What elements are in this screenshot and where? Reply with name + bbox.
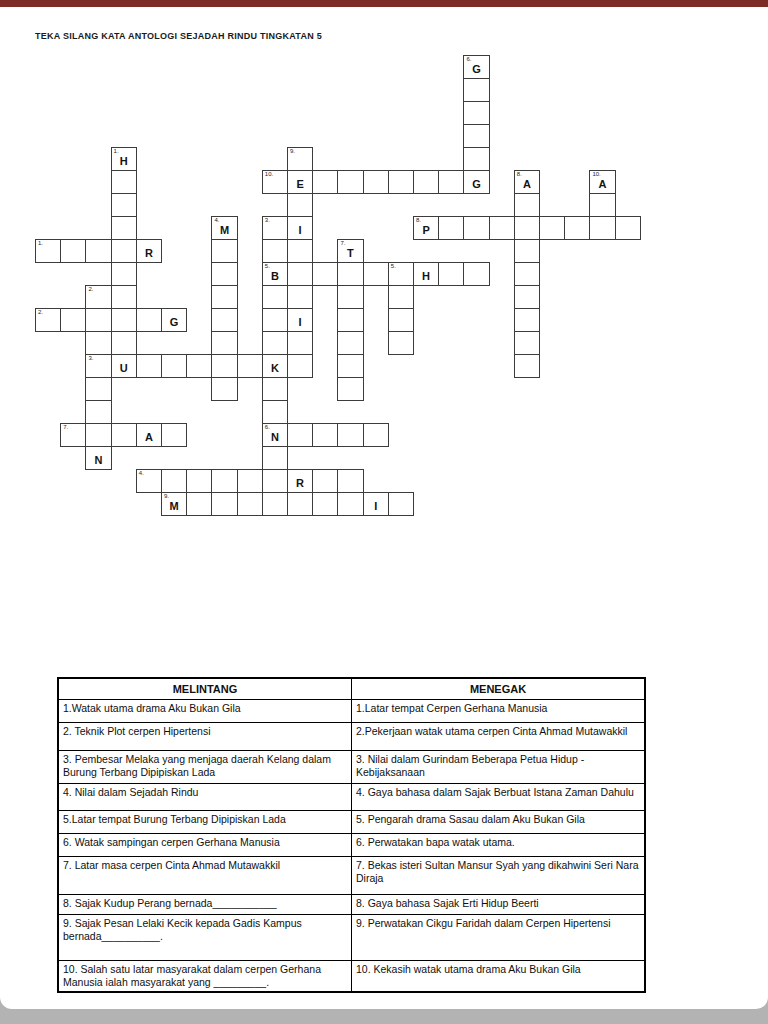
grid-cell (262, 377, 288, 401)
grid-cell (363, 170, 389, 194)
grid-letter: G (162, 309, 186, 331)
grid-cell (539, 216, 565, 240)
clue-cell: 8. Sajak Kudup Perang bernada___________ (58, 895, 352, 915)
grid-letter: I (288, 309, 312, 331)
grid-cell (463, 78, 489, 102)
grid-cell (111, 216, 137, 240)
grid-cell (211, 262, 237, 286)
grid-cell (262, 308, 288, 332)
clue-cell: 5. Pengarah drama Sasau dalam Aku Bukan … (352, 811, 646, 834)
grid-cell (161, 423, 187, 447)
grid-cell (287, 262, 313, 286)
grid-cell (312, 262, 338, 286)
page-title: TEKA SILANG KATA ANTOLOGI SEJADAH RINDU … (35, 31, 322, 41)
clue-cell: 7. Bekas isteri Sultan Mansur Syah yang … (352, 857, 646, 895)
grid-cell: 7. (60, 423, 86, 447)
clue-cell: 2. Teknik Plot cerpen Hipertensi (58, 723, 352, 751)
grid-cell: 9.M (161, 492, 187, 516)
grid-cell (514, 262, 540, 286)
grid-cell (111, 170, 137, 194)
grid-cell: 6.G (463, 55, 489, 79)
grid-cell (262, 492, 288, 516)
grid-letter: M (212, 217, 236, 239)
grid-cell (337, 423, 363, 447)
grid-cell (287, 239, 313, 263)
grid-cell: 8.A (514, 170, 540, 194)
grid-cell (85, 377, 111, 401)
grid-cell (287, 354, 313, 378)
grid-cell (337, 331, 363, 355)
grid-cell (211, 285, 237, 309)
grid-cell (287, 423, 313, 447)
page: TEKA SILANG KATA ANTOLOGI SEJADAH RINDU … (0, 0, 768, 1024)
grid-letter: P (414, 217, 438, 239)
clue-cell: 6. Watak sampingan cerpen Gerhana Manusi… (58, 834, 352, 857)
grid-cell: 7.T (337, 239, 363, 263)
grid-cell (262, 400, 288, 424)
grid-cell (337, 262, 363, 286)
clue-number-label: 1. (38, 240, 43, 247)
grid-cell (262, 446, 288, 470)
grid-cell (589, 216, 615, 240)
grid-cell (337, 285, 363, 309)
grid-cell (287, 285, 313, 309)
grid-cell (161, 354, 187, 378)
grid-letter: K (263, 355, 287, 377)
clue-cell: 2.Pekerjaan watak utama cerpen Cinta Ahm… (352, 723, 646, 751)
grid-letter: G (464, 56, 488, 78)
grid-cell: 4.M (211, 216, 237, 240)
grid-cell (60, 239, 86, 263)
grid-cell (514, 239, 540, 263)
grid-cell: 3. (85, 354, 111, 378)
grid-cell (211, 331, 237, 355)
grid-cell: 6.N (262, 423, 288, 447)
grid-cell: 10. (262, 170, 288, 194)
grid-cell: 2. (35, 308, 61, 332)
grid-cell (438, 262, 464, 286)
grid-cell: 2. (85, 285, 111, 309)
grid-cell (161, 469, 187, 493)
grid-cell (287, 193, 313, 217)
grid-cell (615, 216, 641, 240)
grid-cell (312, 170, 338, 194)
grid-cell (287, 492, 313, 516)
grid-letter: U (112, 355, 136, 377)
clues-table: MELINTANGMENEGAK 1.Watak utama drama Aku… (57, 677, 646, 993)
grid-cell (413, 170, 439, 194)
clue-cell: 4. Gaya bahasa dalam Sajak Berbuat Istan… (352, 784, 646, 811)
clue-number-label: 7. (63, 424, 68, 431)
grid-cell: R (287, 469, 313, 493)
grid-letter: N (263, 424, 287, 446)
grid-cell: 8.P (413, 216, 439, 240)
clue-number-label: 5. (391, 263, 396, 270)
grid-cell (438, 216, 464, 240)
grid-cell (111, 262, 137, 286)
clue-cell: 9. Perwatakan Cikgu Faridah dalam Cerpen… (352, 915, 646, 961)
grid-cell (463, 101, 489, 125)
grid-letter: M (162, 493, 186, 515)
grid-cell (85, 308, 111, 332)
grid-cell (111, 193, 137, 217)
grid-cell (262, 469, 288, 493)
grid-cell (111, 285, 137, 309)
clue-cell: 5.Latar tempat Burung Terbang Dipipiskan… (58, 811, 352, 834)
grid-letter: I (364, 493, 388, 515)
grid-cell (337, 469, 363, 493)
grid-cell (85, 423, 111, 447)
grid-cell (136, 308, 162, 332)
grid-cell (262, 331, 288, 355)
grid-cell (136, 354, 162, 378)
clue-cell: 3. Pembesar Melaka yang menjaga daerah K… (58, 751, 352, 784)
grid-cell (388, 170, 414, 194)
grid-cell (211, 377, 237, 401)
grid-cell (337, 170, 363, 194)
grid-letter: T (338, 240, 362, 262)
clue-row: 6. Watak sampingan cerpen Gerhana Manusi… (58, 834, 645, 857)
grid-letter: R (137, 240, 161, 262)
grid-cell (85, 400, 111, 424)
grid-cell (312, 492, 338, 516)
clue-number-label: 2. (38, 309, 43, 316)
grid-cell: 3. (262, 216, 288, 240)
grid-letter: A (590, 171, 614, 193)
clue-row: 9. Sajak Pesan Lelaki Kecik kepada Gadis… (58, 915, 645, 961)
clue-cell: 10. Salah satu latar masyarakat dalam ce… (58, 961, 352, 993)
clue-number-label: 3. (88, 355, 93, 362)
grid-letter: E (288, 171, 312, 193)
grid-cell (111, 423, 137, 447)
column-header: MELINTANG (58, 678, 352, 700)
clue-number-label: 10. (265, 171, 273, 178)
grid-cell (388, 285, 414, 309)
grid-cell (438, 170, 464, 194)
grid-cell: K (262, 354, 288, 378)
grid-cell (514, 354, 540, 378)
grid-letter: R (288, 470, 312, 492)
grid-cell (337, 492, 363, 516)
clue-number-label: 4. (139, 470, 144, 477)
grid-cell (211, 492, 237, 516)
grid-cell (388, 308, 414, 332)
grid-cell (463, 216, 489, 240)
grid-cell (337, 308, 363, 332)
grid-cell (111, 239, 137, 263)
grid-cell (463, 262, 489, 286)
grid-letter: A (137, 424, 161, 446)
grid-cell (388, 331, 414, 355)
grid-letter: G (464, 171, 488, 193)
grid-letter: A (515, 171, 539, 193)
clue-row: 10. Salah satu latar masyarakat dalam ce… (58, 961, 645, 993)
clue-cell: 9. Sajak Pesan Lelaki Kecik kepada Gadis… (58, 915, 352, 961)
grid-cell: 5.B (262, 262, 288, 286)
grid-cell (514, 308, 540, 332)
grid-cell (514, 193, 540, 217)
clue-number-label: 9. (290, 148, 295, 155)
grid-cell (463, 147, 489, 171)
grid-cell: 9. (287, 147, 313, 171)
clue-cell: 6. Perwatakan bapa watak utama. (352, 834, 646, 857)
grid-cell: G (463, 170, 489, 194)
grid-cell: I (287, 216, 313, 240)
grid-letter: I (288, 217, 312, 239)
clue-cell: 4. Nilai dalam Sejadah Rindu (58, 784, 352, 811)
grid-cell (60, 308, 86, 332)
grid-cell: N (85, 446, 111, 470)
viewer-top-bar (0, 0, 768, 7)
grid-cell: R (136, 239, 162, 263)
grid-cell (237, 469, 263, 493)
grid-cell (262, 285, 288, 309)
grid-cell (111, 308, 137, 332)
grid-cell (85, 331, 111, 355)
clues-header-row: MELINTANGMENEGAK (58, 678, 645, 700)
grid-cell: I (287, 308, 313, 332)
clue-number-label: 3. (265, 217, 270, 224)
grid-cell: G (161, 308, 187, 332)
grid-cell (237, 354, 263, 378)
grid-cell (489, 216, 515, 240)
clue-row: 2. Teknik Plot cerpen Hipertensi2.Pekerj… (58, 723, 645, 751)
grid-cell (514, 331, 540, 355)
grid-cell (312, 469, 338, 493)
grid-cell (514, 216, 540, 240)
clues-table-container: MELINTANGMENEGAK 1.Watak utama drama Aku… (57, 677, 646, 993)
clue-row: 1.Watak utama drama Aku Bukan Gila1.Lata… (58, 700, 645, 723)
grid-cell (186, 354, 212, 378)
grid-cell (564, 216, 590, 240)
clue-row: 3. Pembesar Melaka yang menjaga daerah K… (58, 751, 645, 784)
grid-cell: H (413, 262, 439, 286)
grid-cell: 4. (136, 469, 162, 493)
clue-number-label: 2. (88, 286, 93, 293)
grid-cell (463, 124, 489, 148)
grid-cell (237, 492, 263, 516)
clue-cell: 1.Watak utama drama Aku Bukan Gila (58, 700, 352, 723)
clue-cell: 1.Latar tempat Cerpen Gerhana Manusia (352, 700, 646, 723)
grid-cell (186, 469, 212, 493)
clue-row: 5.Latar tempat Burung Terbang Dipipiskan… (58, 811, 645, 834)
clue-row: 8. Sajak Kudup Perang bernada___________… (58, 895, 645, 915)
column-header: MENEGAK (352, 678, 646, 700)
grid-cell (363, 423, 389, 447)
grid-cell (186, 492, 212, 516)
grid-cell (111, 331, 137, 355)
grid-letter: H (112, 148, 136, 170)
grid-cell (363, 262, 389, 286)
grid-cell (262, 239, 288, 263)
grid-cell (589, 193, 615, 217)
clue-cell: 8. Gaya bahasa Sajak Erti Hidup Beerti (352, 895, 646, 915)
clue-row: 4. Nilai dalam Sejadah Rindu4. Gaya baha… (58, 784, 645, 811)
grid-cell: 1. (35, 239, 61, 263)
grid-letter: H (414, 263, 438, 285)
grid-cell: I (363, 492, 389, 516)
grid-cell (287, 331, 313, 355)
grid-cell (312, 423, 338, 447)
grid-cell (211, 354, 237, 378)
grid-cell (211, 308, 237, 332)
clue-cell: 10. Kekasih watak utama drama Aku Bukan … (352, 961, 646, 993)
grid-letter: N (86, 447, 110, 469)
grid-cell: 5. (388, 262, 414, 286)
grid-cell (337, 377, 363, 401)
grid-cell: E (287, 170, 313, 194)
grid-cell: A (136, 423, 162, 447)
grid-cell (211, 239, 237, 263)
grid-cell: 10.A (589, 170, 615, 194)
grid-cell (337, 354, 363, 378)
grid-cell (514, 285, 540, 309)
grid-cell: U (111, 354, 137, 378)
clue-row: 7. Latar masa cerpen Cinta Ahmad Mutawak… (58, 857, 645, 895)
grid-cell (85, 239, 111, 263)
crossword-grid: 1.R2.G3.UK4.R5.B5.H6.N7.A8.P9.MI10.EG1.H… (35, 55, 645, 521)
grid-cell (388, 492, 414, 516)
grid-cell: 1.H (111, 147, 137, 171)
clue-cell: 3. Nilai dalam Gurindam Beberapa Petua H… (352, 751, 646, 784)
grid-letter: B (263, 263, 287, 285)
grid-cell (211, 469, 237, 493)
clue-cell: 7. Latar masa cerpen Cinta Ahmad Mutawak… (58, 857, 352, 895)
